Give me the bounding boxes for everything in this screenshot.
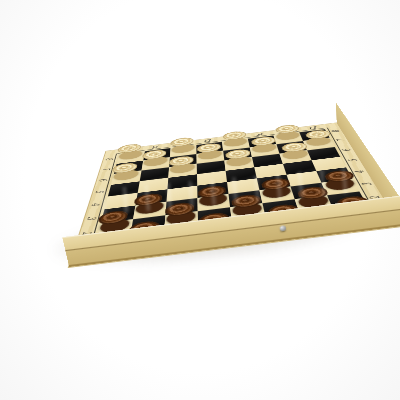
square-c6[interactable]: ⛀ bbox=[168, 164, 197, 178]
square-a6[interactable]: ⛀ bbox=[111, 171, 142, 185]
square-h6[interactable] bbox=[307, 147, 340, 160]
light-man-c6[interactable]: ⛀ bbox=[170, 165, 195, 177]
metal-pin bbox=[280, 225, 287, 231]
product-photo: ABCDEFGH ABCDEFGH 87654321 87654321 ⛀⛀⛀⛀… bbox=[0, 0, 400, 400]
